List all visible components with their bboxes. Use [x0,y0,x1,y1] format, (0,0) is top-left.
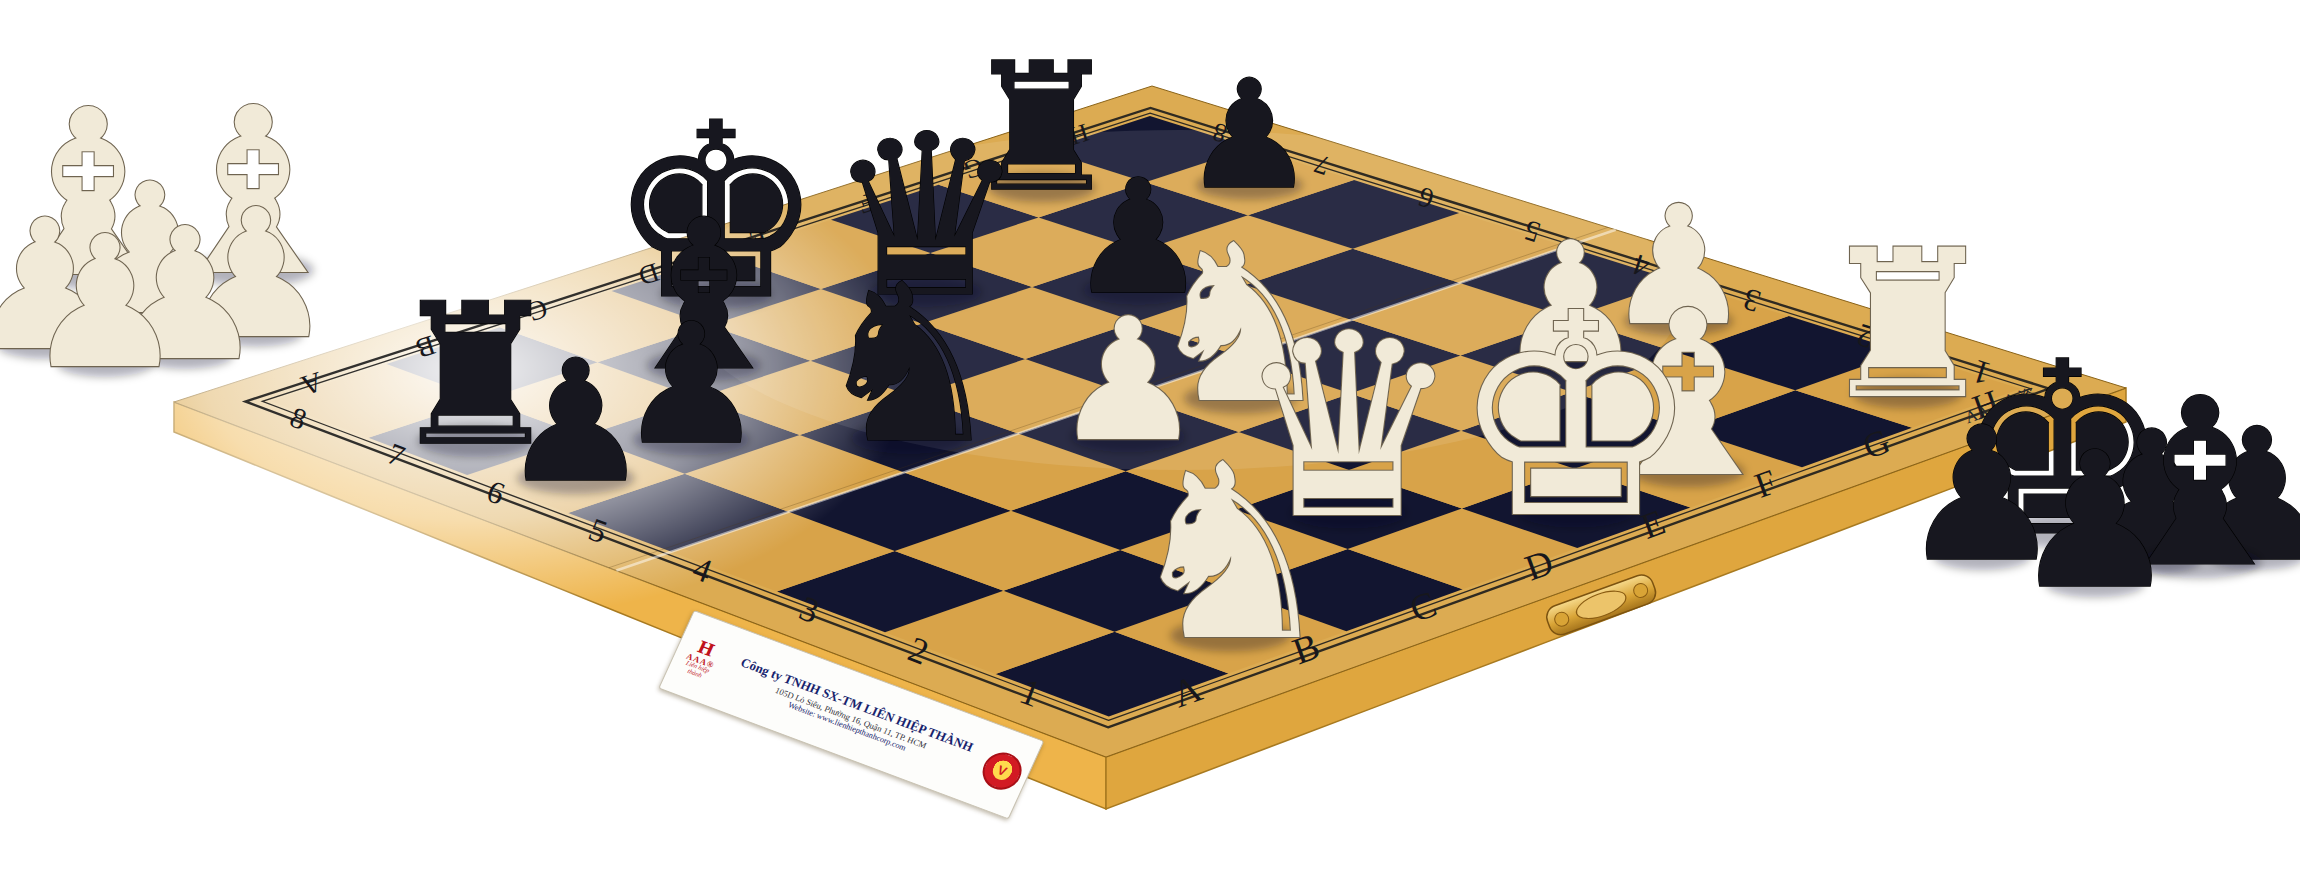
captured-white-pawn-5: ♟ [23,197,186,409]
piece-white-knight-b1: ♞ [1122,412,1339,694]
chess-board-scene: AABBCCDDEEFFGGHH1122334455667788AAA 合资♟♜… [0,0,2300,873]
captured-black-pawn-3: ♟ [2011,411,2180,630]
vietnam-quality-badge: V [976,747,1027,795]
piece-white-king-e1: ♚ [1450,254,1702,580]
piece-black-pawn-a6: ♟ [500,324,651,520]
badge-v-mark: V [990,760,1014,783]
piece-black-knight-c5: ♞ [811,238,1006,491]
product-photo-stage: AABBCCDDEEFFGGHH1122334455667788AAA 合资♟♜… [0,0,2300,873]
